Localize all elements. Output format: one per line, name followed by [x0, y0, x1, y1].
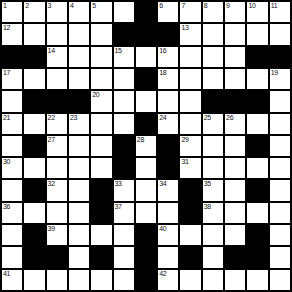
white-cell[interactable]	[179, 68, 201, 90]
white-cell[interactable]	[202, 46, 224, 68]
white-cell[interactable]	[23, 157, 45, 179]
white-cell[interactable]: 12	[1, 23, 23, 45]
white-cell[interactable]	[46, 157, 68, 179]
white-cell[interactable]	[269, 157, 291, 179]
black-cell	[23, 46, 45, 68]
white-cell[interactable]: 11	[269, 1, 291, 23]
clue-number: 12	[3, 24, 10, 32]
clue-number: 37	[115, 203, 122, 211]
clue-number: 23	[70, 114, 77, 122]
white-cell[interactable]	[1, 246, 23, 268]
white-cell[interactable]	[179, 113, 201, 135]
white-cell[interactable]	[224, 135, 246, 157]
black-cell	[179, 246, 201, 268]
crossword-board: 1234567891011121314151617181920212223242…	[0, 0, 292, 292]
white-cell[interactable]	[269, 224, 291, 246]
white-cell[interactable]	[202, 269, 224, 291]
white-cell[interactable]	[202, 246, 224, 268]
white-cell[interactable]	[68, 224, 90, 246]
white-cell[interactable]	[135, 157, 157, 179]
black-cell	[246, 179, 268, 201]
black-cell	[246, 46, 268, 68]
white-cell[interactable]: 38	[202, 202, 224, 224]
black-cell	[135, 113, 157, 135]
black-cell	[1, 46, 23, 68]
white-cell[interactable]	[46, 269, 68, 291]
clue-number: 31	[181, 158, 188, 166]
white-cell[interactable]	[113, 68, 135, 90]
white-cell[interactable]	[157, 246, 179, 268]
black-cell	[246, 90, 268, 112]
white-cell[interactable]	[224, 68, 246, 90]
clue-number: 34	[159, 180, 166, 188]
clue-number: 18	[159, 69, 166, 77]
white-cell[interactable]	[113, 90, 135, 112]
white-cell[interactable]: 2	[23, 1, 45, 23]
clue-number: 5	[92, 2, 96, 10]
white-cell[interactable]	[23, 269, 45, 291]
white-cell[interactable]: 7	[179, 1, 201, 23]
white-cell[interactable]: 37	[113, 202, 135, 224]
white-cell[interactable]	[46, 23, 68, 45]
black-cell	[113, 23, 135, 45]
white-cell[interactable]	[135, 202, 157, 224]
clue-number: 11	[271, 2, 278, 10]
black-cell	[246, 224, 268, 246]
clue-number: 32	[48, 180, 55, 188]
white-cell[interactable]	[224, 202, 246, 224]
clue-number: 36	[3, 203, 10, 211]
white-cell[interactable]: 8	[202, 1, 224, 23]
white-cell[interactable]: 10	[246, 1, 268, 23]
white-cell[interactable]	[90, 23, 112, 45]
black-cell	[157, 157, 179, 179]
black-cell	[246, 246, 268, 268]
white-cell[interactable]: 27	[46, 135, 68, 157]
white-cell[interactable]: 17	[1, 68, 23, 90]
clue-number: 30	[3, 158, 10, 166]
black-cell	[23, 179, 45, 201]
white-cell[interactable]: 14	[46, 46, 68, 68]
white-cell[interactable]: 35	[202, 179, 224, 201]
white-cell[interactable]	[246, 157, 268, 179]
white-cell[interactable]	[269, 23, 291, 45]
clue-number: 26	[226, 114, 233, 122]
white-cell[interactable]	[68, 179, 90, 201]
black-cell	[135, 224, 157, 246]
white-cell[interactable]: 28	[135, 135, 157, 157]
white-cell[interactable]: 31	[179, 157, 201, 179]
clue-number: 8	[204, 2, 208, 10]
black-cell	[23, 246, 45, 268]
white-cell[interactable]	[90, 157, 112, 179]
white-cell[interactable]	[68, 68, 90, 90]
white-cell[interactable]: 16	[157, 46, 179, 68]
white-cell[interactable]	[68, 269, 90, 291]
white-cell[interactable]	[90, 135, 112, 157]
white-cell[interactable]	[68, 23, 90, 45]
clue-number: 3	[48, 2, 52, 10]
white-cell[interactable]	[202, 68, 224, 90]
black-cell	[179, 179, 201, 201]
clue-number: 15	[115, 47, 122, 55]
white-cell[interactable]	[179, 269, 201, 291]
clue-number: 28	[137, 136, 144, 144]
white-cell[interactable]	[90, 68, 112, 90]
clue-number: 38	[204, 203, 211, 211]
clue-number: 41	[3, 270, 10, 278]
black-cell	[135, 23, 157, 45]
white-cell[interactable]	[135, 179, 157, 201]
white-cell[interactable]: 42	[157, 269, 179, 291]
black-cell	[90, 202, 112, 224]
black-cell	[135, 68, 157, 90]
white-cell[interactable]: 5	[90, 1, 112, 23]
black-cell	[113, 157, 135, 179]
white-cell[interactable]	[157, 202, 179, 224]
white-cell[interactable]: 30	[1, 157, 23, 179]
white-cell[interactable]	[202, 157, 224, 179]
white-cell[interactable]: 34	[157, 179, 179, 201]
clue-number: 35	[204, 180, 211, 188]
white-cell[interactable]	[202, 135, 224, 157]
white-cell[interactable]	[246, 202, 268, 224]
white-cell[interactable]	[68, 246, 90, 268]
black-cell	[23, 90, 45, 112]
white-cell[interactable]	[224, 179, 246, 201]
white-cell[interactable]: 22	[46, 113, 68, 135]
black-cell	[90, 179, 112, 201]
white-cell[interactable]	[1, 179, 23, 201]
white-cell[interactable]	[135, 90, 157, 112]
white-cell[interactable]	[269, 179, 291, 201]
white-cell[interactable]: 18	[157, 68, 179, 90]
black-cell	[90, 246, 112, 268]
white-cell[interactable]	[157, 90, 179, 112]
white-cell[interactable]	[90, 224, 112, 246]
white-cell[interactable]	[135, 46, 157, 68]
white-cell[interactable]	[90, 46, 112, 68]
clue-number: 2	[25, 2, 29, 10]
clue-number: 22	[48, 114, 55, 122]
black-cell	[224, 90, 246, 112]
white-cell[interactable]	[179, 90, 201, 112]
white-cell[interactable]	[46, 68, 68, 90]
black-cell	[135, 1, 157, 23]
white-cell[interactable]	[224, 224, 246, 246]
white-cell[interactable]	[68, 202, 90, 224]
white-cell[interactable]	[113, 224, 135, 246]
white-cell[interactable]: 33	[113, 179, 135, 201]
white-cell[interactable]: 36	[1, 202, 23, 224]
white-cell[interactable]	[90, 113, 112, 135]
white-cell[interactable]: 21	[1, 113, 23, 135]
white-cell[interactable]	[1, 224, 23, 246]
white-cell[interactable]: 40	[157, 224, 179, 246]
black-cell	[202, 90, 224, 112]
clue-number: 9	[226, 2, 230, 10]
black-cell	[135, 246, 157, 268]
clue-number: 20	[92, 91, 99, 99]
white-cell[interactable]	[269, 269, 291, 291]
clue-number: 19	[271, 69, 278, 77]
clue-number: 17	[3, 69, 10, 77]
white-cell[interactable]	[46, 202, 68, 224]
black-cell	[23, 224, 45, 246]
black-cell	[224, 246, 246, 268]
white-cell[interactable]: 9	[224, 1, 246, 23]
white-cell[interactable]: 3	[46, 1, 68, 23]
white-cell[interactable]: 25	[202, 113, 224, 135]
white-cell[interactable]: 26	[224, 113, 246, 135]
black-cell	[246, 135, 268, 157]
white-cell[interactable]: 23	[68, 113, 90, 135]
white-cell[interactable]	[224, 46, 246, 68]
clue-number: 4	[70, 2, 74, 10]
white-cell[interactable]	[246, 68, 268, 90]
white-cell[interactable]	[269, 135, 291, 157]
clue-number: 25	[204, 114, 211, 122]
white-cell[interactable]	[179, 224, 201, 246]
clue-number: 7	[181, 2, 185, 10]
clue-number: 1	[3, 2, 7, 10]
white-cell[interactable]	[23, 202, 45, 224]
white-cell[interactable]: 1	[1, 1, 23, 23]
white-cell[interactable]	[113, 246, 135, 268]
black-cell	[157, 135, 179, 157]
white-cell[interactable]: 32	[46, 179, 68, 201]
black-cell	[135, 269, 157, 291]
white-cell[interactable]	[269, 90, 291, 112]
white-cell[interactable]	[202, 23, 224, 45]
white-cell[interactable]	[202, 224, 224, 246]
white-cell[interactable]	[68, 46, 90, 68]
clue-number: 27	[48, 136, 55, 144]
white-cell[interactable]: 24	[157, 113, 179, 135]
white-cell[interactable]	[23, 68, 45, 90]
black-cell	[46, 246, 68, 268]
white-cell[interactable]	[246, 269, 268, 291]
white-cell[interactable]	[23, 23, 45, 45]
white-cell[interactable]	[269, 202, 291, 224]
clue-number: 24	[159, 114, 166, 122]
white-cell[interactable]: 6	[157, 1, 179, 23]
white-cell[interactable]: 20	[90, 90, 112, 112]
white-cell[interactable]	[1, 135, 23, 157]
white-cell[interactable]: 41	[1, 269, 23, 291]
clue-number: 33	[115, 180, 122, 188]
clue-number: 39	[48, 225, 55, 233]
white-cell[interactable]	[269, 113, 291, 135]
clue-number: 42	[159, 270, 166, 278]
black-cell	[113, 135, 135, 157]
white-cell[interactable]	[246, 23, 268, 45]
clue-number: 29	[181, 136, 188, 144]
white-cell[interactable]	[269, 246, 291, 268]
white-cell[interactable]: 39	[46, 224, 68, 246]
clue-number: 10	[248, 2, 255, 10]
white-cell[interactable]	[113, 269, 135, 291]
clue-number: 14	[48, 47, 55, 55]
white-cell[interactable]	[246, 113, 268, 135]
white-cell[interactable]	[179, 46, 201, 68]
white-cell[interactable]	[224, 269, 246, 291]
white-cell[interactable]: 29	[179, 135, 201, 157]
white-cell[interactable]	[68, 135, 90, 157]
white-cell[interactable]	[23, 113, 45, 135]
black-cell	[23, 135, 45, 157]
black-cell	[269, 46, 291, 68]
black-cell	[157, 23, 179, 45]
white-cell[interactable]	[68, 157, 90, 179]
clue-number: 6	[159, 2, 163, 10]
black-cell	[46, 90, 68, 112]
white-cell[interactable]	[113, 113, 135, 135]
black-cell	[68, 90, 90, 112]
white-cell[interactable]: 15	[113, 46, 135, 68]
white-cell[interactable]	[113, 1, 135, 23]
clue-number: 21	[3, 114, 10, 122]
clue-number: 13	[181, 24, 188, 32]
white-cell[interactable]: 19	[269, 68, 291, 90]
black-cell	[179, 202, 201, 224]
white-cell[interactable]: 13	[179, 23, 201, 45]
white-cell[interactable]	[224, 157, 246, 179]
clue-number: 40	[159, 225, 166, 233]
clue-number: 16	[159, 47, 166, 55]
white-cell[interactable]	[1, 90, 23, 112]
white-cell[interactable]: 4	[68, 1, 90, 23]
white-cell[interactable]	[90, 269, 112, 291]
white-cell[interactable]	[224, 23, 246, 45]
